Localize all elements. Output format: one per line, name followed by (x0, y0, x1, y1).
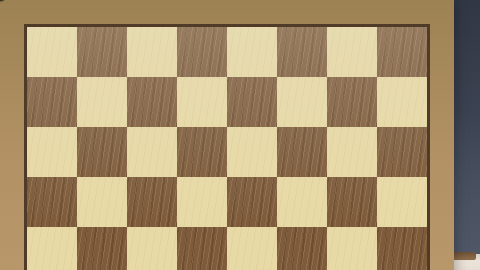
square-d4 (177, 227, 227, 270)
square-g5 (327, 177, 377, 227)
chess-board (24, 24, 430, 270)
square-f7 (277, 77, 327, 127)
square-e6 (227, 127, 277, 177)
square-d5 (177, 177, 227, 227)
square-h5 (377, 177, 427, 227)
square-h4 (377, 227, 427, 270)
square-a5 (27, 177, 77, 227)
square-d6 (177, 127, 227, 177)
square-c4 (127, 227, 177, 270)
square-c5 (127, 177, 177, 227)
square-b5 (77, 177, 127, 227)
square-d8 (177, 27, 227, 77)
square-f4 (277, 227, 327, 270)
square-g8 (327, 27, 377, 77)
square-e5 (227, 177, 277, 227)
square-f8 (277, 27, 327, 77)
chess-board-frame (0, 0, 454, 270)
square-h8 (377, 27, 427, 77)
square-b6 (77, 127, 127, 177)
square-c8 (127, 27, 177, 77)
square-a4 (27, 227, 77, 270)
square-g4 (327, 227, 377, 270)
square-a6 (27, 127, 77, 177)
square-g6 (327, 127, 377, 177)
square-g7 (327, 77, 377, 127)
square-c7 (127, 77, 177, 127)
square-f6 (277, 127, 327, 177)
square-h7 (377, 77, 427, 127)
square-f5 (277, 177, 327, 227)
square-a7 (27, 77, 77, 127)
square-d7 (177, 77, 227, 127)
square-a8 (27, 27, 77, 77)
square-e7 (227, 77, 277, 127)
square-h6 (377, 127, 427, 177)
square-b4 (77, 227, 127, 270)
square-e4 (227, 227, 277, 270)
square-e8 (227, 27, 277, 77)
square-b8 (77, 27, 127, 77)
chess-photo-scene: ♜♞♝♛♚♝♞♜♟♟♟♟♟♟♟♟♟♜♞♝♛♚♝♞♜ (0, 0, 480, 270)
square-b7 (77, 77, 127, 127)
square-c6 (127, 127, 177, 177)
